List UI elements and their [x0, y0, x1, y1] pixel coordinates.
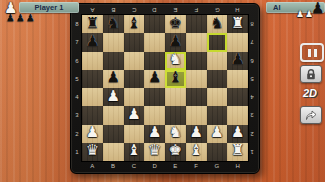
share-button[interactable] — [300, 106, 322, 124]
white-pawn: ♟ — [106, 89, 119, 104]
coord-label: 8 — [248, 21, 256, 27]
square-f4[interactable] — [186, 88, 207, 106]
white-pawn: ♟ — [86, 125, 99, 140]
player1-avatar: ♟ — [4, 1, 17, 16]
black-pawn: ♟ — [106, 70, 119, 85]
square-d8[interactable] — [144, 15, 165, 33]
square-g2[interactable]: ♟ — [207, 125, 228, 143]
white-queen: ♛ — [86, 143, 99, 158]
coord-label: B — [103, 163, 124, 169]
white-rook: ♜ — [231, 16, 244, 31]
square-g4[interactable] — [207, 88, 228, 106]
square-g8[interactable]: ♞ — [207, 15, 228, 33]
white-knight: ♞ — [169, 52, 182, 67]
captured-black-pawn: ♟ — [16, 13, 25, 23]
share-arrow-icon — [305, 110, 317, 121]
coord-label: 3 — [73, 112, 81, 118]
square-h5[interactable] — [227, 70, 248, 88]
coord-label: B — [103, 7, 124, 13]
square-c7[interactable] — [124, 33, 145, 51]
coord-label: 4 — [73, 94, 81, 100]
file-labels-bottom: ABCDEFGH — [82, 163, 248, 169]
square-f6[interactable] — [186, 52, 207, 70]
black-knight: ♞ — [106, 16, 119, 31]
square-b6[interactable] — [103, 52, 124, 70]
square-g5[interactable] — [207, 70, 228, 88]
coord-label: 2 — [73, 131, 81, 137]
player2-name: AI — [273, 3, 281, 12]
white-pawn: ♟ — [189, 125, 202, 140]
square-d5[interactable]: ♟ — [144, 70, 165, 88]
square-a2[interactable]: ♟ — [82, 125, 103, 143]
white-pawn: ♟ — [210, 125, 223, 140]
coord-label: 1 — [73, 149, 81, 155]
chess-board[interactable]: ABCDEFGH 87654321 87654321 ABCDEFGH ♜♞♝♚… — [70, 3, 260, 174]
square-g7[interactable] — [207, 33, 228, 51]
board-squares: ♜♞♝♚♞♜♟♟♞♟♟♟♝♟♟♟♟♞♟♟♟♛♝♛♚♝♜ — [82, 15, 248, 161]
coord-label: F — [186, 163, 207, 169]
coord-label: 4 — [248, 94, 256, 100]
square-a3[interactable] — [82, 106, 103, 124]
coord-label: C — [124, 7, 145, 13]
captured-black-pawn: ♟ — [26, 13, 35, 23]
square-b5[interactable]: ♟ — [103, 70, 124, 88]
coord-label: F — [186, 7, 207, 13]
square-f2[interactable]: ♟ — [186, 125, 207, 143]
square-e7[interactable]: ♟ — [165, 33, 186, 51]
square-f3[interactable] — [186, 106, 207, 124]
coord-label: 6 — [248, 58, 256, 64]
white-king: ♚ — [169, 143, 182, 158]
chess-app-screen: ♟ Player 1 ♟♟♟ AI ♟ ♟♟ ABCDEFGH 87654321… — [0, 0, 325, 182]
square-d2[interactable]: ♟ — [144, 125, 165, 143]
coord-label: H — [227, 7, 248, 13]
square-h3[interactable] — [227, 106, 248, 124]
square-a7[interactable]: ♟ — [82, 33, 103, 51]
coord-label: G — [207, 7, 228, 13]
square-b4[interactable]: ♟ — [103, 88, 124, 106]
rank-labels-right: 87654321 — [248, 15, 256, 161]
coord-label: E — [165, 7, 186, 13]
file-labels-top: ABCDEFGH — [82, 7, 248, 13]
square-g6[interactable] — [207, 52, 228, 70]
black-pawn: ♟ — [169, 34, 182, 49]
square-d6[interactable] — [144, 52, 165, 70]
square-c4[interactable] — [124, 88, 145, 106]
square-g3[interactable] — [207, 106, 228, 124]
square-d4[interactable] — [144, 88, 165, 106]
white-pawn: ♟ — [231, 125, 244, 140]
coord-label: E — [165, 163, 186, 169]
black-bishop: ♝ — [127, 16, 140, 31]
white-rook: ♜ — [231, 143, 244, 158]
square-a8[interactable]: ♜ — [82, 15, 103, 33]
white-bishop: ♝ — [127, 143, 140, 158]
white-pawn: ♟ — [127, 107, 140, 122]
square-e5[interactable]: ♝ — [165, 70, 186, 88]
square-c6[interactable] — [124, 52, 145, 70]
square-e8[interactable]: ♚ — [165, 15, 186, 33]
white-bishop: ♝ — [189, 143, 202, 158]
black-bishop: ♝ — [169, 70, 182, 85]
square-h2[interactable]: ♟ — [227, 125, 248, 143]
player1-name-bar: Player 1 — [19, 2, 79, 13]
coord-label: C — [124, 163, 145, 169]
square-a6[interactable] — [82, 52, 103, 70]
square-b7[interactable] — [103, 33, 124, 51]
square-a5[interactable] — [82, 70, 103, 88]
square-g1[interactable] — [207, 143, 228, 161]
black-king: ♚ — [169, 16, 182, 31]
player2-avatar: ♟ — [311, 1, 324, 16]
coord-label: A — [82, 163, 103, 169]
black-pawn: ♟ — [86, 34, 99, 49]
square-d1[interactable]: ♛ — [144, 143, 165, 161]
square-d7[interactable] — [144, 33, 165, 51]
coord-label: 1 — [248, 149, 256, 155]
coord-label: 5 — [248, 76, 256, 82]
coord-label: 8 — [73, 21, 81, 27]
square-e2[interactable]: ♞ — [165, 125, 186, 143]
white-pawn: ♟ — [148, 125, 161, 140]
black-knight: ♞ — [210, 16, 223, 31]
square-f1[interactable]: ♝ — [186, 143, 207, 161]
coord-label: 6 — [73, 58, 81, 64]
pause-icon — [308, 49, 311, 57]
square-c3[interactable]: ♟ — [124, 106, 145, 124]
square-c1[interactable]: ♝ — [124, 143, 145, 161]
pause-button[interactable] — [300, 43, 324, 62]
rank-labels-left: 87654321 — [73, 15, 81, 161]
coord-label: D — [144, 163, 165, 169]
coord-label: A — [82, 7, 103, 13]
square-a4[interactable] — [82, 88, 103, 106]
white-knight: ♞ — [169, 125, 182, 140]
square-e6[interactable]: ♞ — [165, 52, 186, 70]
black-pawn-avatar-icon: ♟ — [311, 0, 324, 17]
black-pawn: ♟ — [148, 70, 161, 85]
lock-button[interactable] — [300, 65, 322, 83]
square-b3[interactable] — [103, 106, 124, 124]
coord-label: 5 — [73, 76, 81, 82]
square-f8[interactable] — [186, 15, 207, 33]
coord-label: 7 — [73, 39, 81, 45]
square-e1[interactable]: ♚ — [165, 143, 186, 161]
square-f7[interactable] — [186, 33, 207, 51]
coord-label: D — [144, 7, 165, 13]
square-h4[interactable] — [227, 88, 248, 106]
square-c2[interactable] — [124, 125, 145, 143]
coord-label: 3 — [248, 112, 256, 118]
view-2d-label: 2D — [303, 87, 317, 99]
square-f5[interactable] — [186, 70, 207, 88]
square-d3[interactable] — [144, 106, 165, 124]
square-b2[interactable] — [103, 125, 124, 143]
square-a1[interactable]: ♛ — [82, 143, 103, 161]
coord-label: 2 — [248, 131, 256, 137]
square-h8[interactable]: ♜ — [227, 15, 248, 33]
black-rook: ♜ — [86, 16, 99, 31]
square-c5[interactable] — [124, 70, 145, 88]
square-h1[interactable]: ♜ — [227, 143, 248, 161]
coord-label: G — [207, 163, 228, 169]
square-h6[interactable]: ♟ — [227, 52, 248, 70]
square-b8[interactable]: ♞ — [103, 15, 124, 33]
coord-label: 7 — [248, 39, 256, 45]
black-pawn: ♟ — [231, 52, 244, 67]
captured-white-pawn: ♟ — [296, 10, 304, 19]
square-e3[interactable] — [165, 106, 186, 124]
square-e4[interactable] — [165, 88, 186, 106]
view-2d-button[interactable]: 2D — [300, 86, 320, 100]
square-c8[interactable]: ♝ — [124, 15, 145, 33]
square-h7[interactable] — [227, 33, 248, 51]
white-pawn-avatar-icon: ♟ — [4, 0, 17, 17]
lock-icon — [306, 69, 316, 80]
square-b1[interactable] — [103, 143, 124, 161]
player1-name: Player 1 — [35, 3, 64, 12]
coord-label: H — [227, 163, 248, 169]
white-queen: ♛ — [148, 143, 161, 158]
